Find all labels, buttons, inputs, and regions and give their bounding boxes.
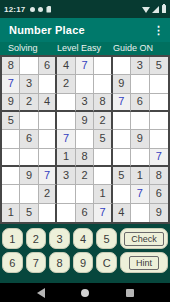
notification-dot-icon (38, 7, 43, 12)
digit-key-5[interactable]: 5 (96, 228, 117, 249)
cell-r5c5[interactable] (94, 149, 112, 167)
cell-r6c7[interactable]: 1 (131, 167, 149, 185)
guide-toggle-label[interactable]: Guide ON (113, 43, 153, 53)
cell-r0c1[interactable] (20, 57, 38, 75)
cell-r8c5[interactable]: 7 (94, 204, 112, 222)
wifi-icon (142, 7, 150, 13)
cell-r0c4[interactable]: 7 (76, 57, 94, 75)
cell-r2c5[interactable]: 8 (94, 94, 112, 112)
cell-r2c2[interactable]: 4 (39, 94, 57, 112)
cell-r2c4[interactable]: 3 (76, 94, 94, 112)
cell-r1c8[interactable] (150, 75, 168, 93)
cell-r6c4[interactable]: 2 (76, 167, 94, 185)
cell-r0c7[interactable]: 3 (131, 57, 149, 75)
cell-r3c7[interactable] (131, 112, 149, 130)
cell-r1c2[interactable] (39, 75, 57, 93)
digit-key-4[interactable]: 4 (73, 228, 94, 249)
battery-icon (162, 5, 166, 13)
app-bar: Number Place ⋮ (0, 18, 170, 42)
cell-r7c3[interactable] (57, 185, 75, 203)
cell-r8c2[interactable] (39, 204, 57, 222)
cell-r5c8[interactable]: 7 (150, 149, 168, 167)
cell-r6c3[interactable]: 3 (57, 167, 75, 185)
cell-r3c5[interactable]: 2 (94, 112, 112, 130)
level-label[interactable]: Level Easy (57, 43, 101, 53)
cell-r4c5[interactable]: 5 (94, 130, 112, 148)
cell-r3c0[interactable]: 5 (2, 112, 20, 130)
cell-r0c2[interactable]: 6 (39, 57, 57, 75)
cell-r7c5[interactable]: 1 (94, 185, 112, 203)
cell-r8c6[interactable]: 4 (113, 204, 131, 222)
cell-r2c6[interactable]: 7 (113, 94, 131, 112)
status-time: 12:17 (4, 5, 25, 14)
recents-icon[interactable] (126, 289, 134, 297)
cell-r3c4[interactable]: 9 (76, 112, 94, 130)
cell-r5c3[interactable]: 1 (57, 149, 75, 167)
cell-r8c4[interactable]: 6 (76, 204, 94, 222)
cell-r8c1[interactable]: 5 (20, 204, 38, 222)
cell-r7c0[interactable] (2, 185, 20, 203)
cell-r1c3[interactable]: 2 (57, 75, 75, 93)
notification-icons (30, 6, 51, 13)
android-nav-bar (0, 283, 170, 302)
cell-r1c6[interactable]: 9 (113, 75, 131, 93)
cell-r3c8[interactable] (150, 112, 168, 130)
cell-r4c7[interactable]: 9 (131, 130, 149, 148)
cell-r2c8[interactable] (150, 94, 168, 112)
hint-button-label: Hint (129, 256, 159, 270)
phone-screen: 12:17 Number Place ⋮ Solving Level Easy … (0, 0, 170, 302)
cell-r7c8[interactable]: 6 (150, 185, 168, 203)
cell-r3c6[interactable] (113, 112, 131, 130)
digit-key-7[interactable]: 7 (26, 252, 47, 273)
digit-key-1[interactable]: 1 (2, 228, 23, 249)
keypad: 12345 Check 6789C Hint (0, 224, 170, 276)
page-title: Number Place (9, 24, 85, 36)
cell-r6c8[interactable]: 8 (150, 167, 168, 185)
overflow-menu-icon[interactable]: ⋮ (153, 25, 164, 36)
cell-r4c1[interactable]: 6 (20, 130, 38, 148)
cell-r4c3[interactable]: 7 (57, 130, 75, 148)
cell-r5c6[interactable] (113, 149, 131, 167)
cell-r7c6[interactable] (113, 185, 131, 203)
cell-r6c5[interactable] (94, 167, 112, 185)
digit-key-8[interactable]: 8 (49, 252, 70, 273)
cell-r5c1[interactable] (20, 149, 38, 167)
cell-r2c3[interactable] (57, 94, 75, 112)
cell-r1c0[interactable]: 7 (2, 75, 20, 93)
cell-r7c4[interactable] (76, 185, 94, 203)
keypad-row-1: 12345 (2, 228, 117, 249)
hint-button[interactable]: Hint (120, 252, 168, 273)
check-button-label: Check (124, 232, 164, 246)
check-button[interactable]: Check (120, 228, 168, 249)
cell-r5c2[interactable] (39, 149, 57, 167)
cell-r8c7[interactable] (131, 204, 149, 222)
cell-r7c1[interactable] (20, 185, 38, 203)
cell-r1c7[interactable] (131, 75, 149, 93)
cell-r0c8[interactable]: 5 (150, 57, 168, 75)
cell-r4c4[interactable] (76, 130, 94, 148)
cell-r6c0[interactable] (2, 167, 20, 185)
cell-r7c7[interactable]: 7 (131, 185, 149, 203)
back-icon[interactable] (37, 288, 45, 298)
cell-r4c6[interactable] (113, 130, 131, 148)
status-bar: 12:17 (0, 0, 170, 18)
cell-r8c0[interactable]: 1 (2, 204, 20, 222)
cell-r1c1[interactable]: 3 (20, 75, 38, 93)
cell-r7c2[interactable]: 2 (39, 185, 57, 203)
notification-dot-icon (30, 7, 35, 12)
cell-r1c5[interactable] (94, 75, 112, 93)
sudoku-board: 8647357329924387659267591879732518217615… (0, 55, 170, 224)
info-bar: Solving Level Easy Guide ON (0, 42, 170, 55)
cell-r0c5[interactable] (94, 57, 112, 75)
cell-r8c8[interactable]: 9 (150, 204, 168, 222)
cell-r8c3[interactable] (57, 204, 75, 222)
cell-r0c3[interactable]: 4 (57, 57, 75, 75)
status-label: Solving (8, 43, 38, 53)
sd-card-icon (46, 6, 51, 13)
digit-key-3[interactable]: 3 (49, 228, 70, 249)
cell-r6c2[interactable]: 7 (39, 167, 57, 185)
cell-r0c6[interactable] (113, 57, 131, 75)
status-system-icons (142, 5, 166, 13)
cell-r6c1[interactable]: 9 (20, 167, 38, 185)
cell-r5c7[interactable] (131, 149, 149, 167)
cell-r2c0[interactable]: 9 (2, 94, 20, 112)
cell-r3c2[interactable] (39, 112, 57, 130)
cell-r3c1[interactable] (20, 112, 38, 130)
clear-key[interactable]: C (96, 252, 117, 273)
cell-r0c0[interactable]: 8 (2, 57, 20, 75)
cell-r3c3[interactable] (57, 112, 75, 130)
cell-r4c2[interactable] (39, 130, 57, 148)
cell-r5c4[interactable]: 8 (76, 149, 94, 167)
cell-r6c6[interactable]: 5 (113, 167, 131, 185)
cell-r4c8[interactable] (150, 130, 168, 148)
signal-icon (152, 6, 159, 13)
cell-r4c0[interactable] (2, 130, 20, 148)
digit-key-2[interactable]: 2 (26, 228, 47, 249)
cell-r2c7[interactable]: 6 (131, 94, 149, 112)
digit-key-9[interactable]: 9 (73, 252, 94, 273)
digit-key-6[interactable]: 6 (2, 252, 23, 273)
cell-r2c1[interactable]: 2 (20, 94, 38, 112)
keypad-row-2: 6789C (2, 252, 117, 273)
cell-r1c4[interactable] (76, 75, 94, 93)
home-icon[interactable] (81, 289, 89, 297)
cell-r5c0[interactable] (2, 149, 20, 167)
